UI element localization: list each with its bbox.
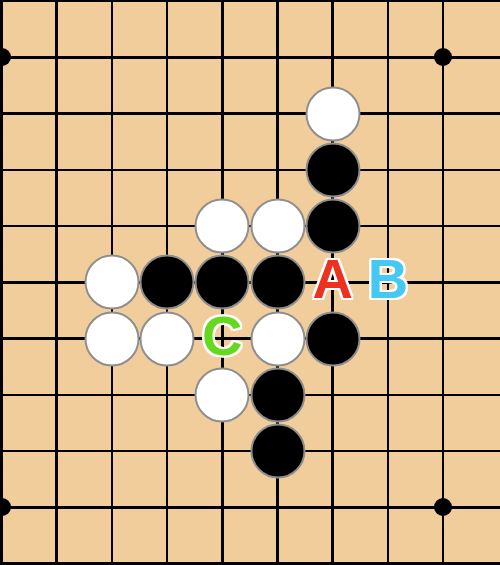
black-stone <box>250 424 305 479</box>
star-point <box>434 48 452 66</box>
white-stone <box>195 199 250 254</box>
white-stone <box>140 311 195 366</box>
white-stone <box>250 311 305 366</box>
grid-line-horizontal <box>0 506 500 509</box>
choice-label-a[interactable]: A <box>312 251 352 307</box>
white-stone <box>84 255 139 310</box>
star-point <box>434 498 452 516</box>
grid-line-horizontal <box>0 56 500 59</box>
white-stone <box>250 199 305 254</box>
black-stone <box>305 142 360 197</box>
grid-line-horizontal <box>0 562 500 565</box>
black-stone <box>195 255 250 310</box>
go-board: ABC <box>0 0 500 565</box>
black-stone <box>305 311 360 366</box>
black-stone <box>305 199 360 254</box>
black-stone <box>250 255 305 310</box>
white-stone <box>84 311 139 366</box>
black-stone <box>140 255 195 310</box>
grid-line-horizontal <box>0 0 500 2</box>
white-stone <box>195 367 250 422</box>
choice-label-c[interactable]: C <box>202 308 242 364</box>
choice-label-b[interactable]: B <box>368 251 408 307</box>
black-stone <box>250 367 305 422</box>
grid-line-horizontal <box>0 169 500 172</box>
star-point <box>0 498 11 516</box>
grid-line-horizontal <box>0 112 500 115</box>
white-stone <box>305 86 360 141</box>
star-point <box>0 48 11 66</box>
